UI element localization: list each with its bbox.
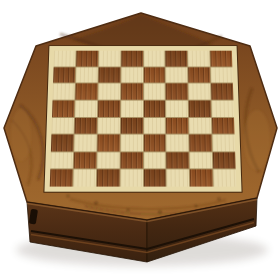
square-e5[interactable] xyxy=(143,100,165,116)
square-g1[interactable] xyxy=(190,170,213,187)
square-c5[interactable] xyxy=(98,100,120,116)
square-b3[interactable] xyxy=(74,135,96,151)
square-d4[interactable] xyxy=(120,117,142,133)
square-c2[interactable] xyxy=(97,152,119,169)
square-b2[interactable] xyxy=(74,152,97,169)
square-c1[interactable] xyxy=(97,170,120,187)
square-f8[interactable] xyxy=(166,51,188,66)
square-g6[interactable] xyxy=(189,84,211,100)
square-c6[interactable] xyxy=(98,84,120,100)
square-d3[interactable] xyxy=(120,135,142,151)
square-g5[interactable] xyxy=(189,100,211,116)
square-f3[interactable] xyxy=(167,135,189,151)
chessboard-photo xyxy=(0,0,280,280)
square-c8[interactable] xyxy=(99,51,121,66)
square-f2[interactable] xyxy=(167,152,189,169)
square-g2[interactable] xyxy=(190,152,213,169)
chess-board xyxy=(43,45,242,193)
square-e8[interactable] xyxy=(143,51,164,66)
square-h1[interactable] xyxy=(213,170,236,187)
square-b5[interactable] xyxy=(75,100,97,116)
square-c3[interactable] xyxy=(97,135,119,151)
square-h3[interactable] xyxy=(213,135,236,151)
square-d6[interactable] xyxy=(121,84,143,100)
square-a5[interactable] xyxy=(52,100,74,116)
square-b8[interactable] xyxy=(76,51,98,66)
square-f7[interactable] xyxy=(166,67,188,83)
square-a3[interactable] xyxy=(51,135,74,151)
square-h4[interactable] xyxy=(212,117,234,133)
square-e7[interactable] xyxy=(143,67,165,83)
square-f6[interactable] xyxy=(166,84,188,100)
square-h2[interactable] xyxy=(213,152,236,169)
square-a4[interactable] xyxy=(51,117,73,133)
square-h8[interactable] xyxy=(210,51,232,66)
square-b7[interactable] xyxy=(76,67,98,83)
square-f5[interactable] xyxy=(166,100,188,116)
square-c7[interactable] xyxy=(98,67,120,83)
square-g7[interactable] xyxy=(188,67,210,83)
square-h6[interactable] xyxy=(211,84,233,100)
square-h7[interactable] xyxy=(211,67,233,83)
square-a7[interactable] xyxy=(53,67,75,83)
square-g4[interactable] xyxy=(189,117,211,133)
square-g8[interactable] xyxy=(188,51,210,66)
square-a2[interactable] xyxy=(50,152,73,169)
square-e3[interactable] xyxy=(144,135,166,151)
square-d7[interactable] xyxy=(121,67,143,83)
square-a8[interactable] xyxy=(54,51,76,66)
square-a1[interactable] xyxy=(50,170,73,187)
square-b6[interactable] xyxy=(75,84,97,100)
square-b1[interactable] xyxy=(73,170,96,187)
board-grid xyxy=(50,51,237,187)
square-f4[interactable] xyxy=(166,117,188,133)
square-g3[interactable] xyxy=(190,135,212,151)
square-d5[interactable] xyxy=(121,100,143,116)
square-d2[interactable] xyxy=(120,152,142,169)
square-e1[interactable] xyxy=(144,170,166,187)
square-h5[interactable] xyxy=(212,100,234,116)
square-e2[interactable] xyxy=(144,152,166,169)
square-d8[interactable] xyxy=(121,51,142,66)
square-c4[interactable] xyxy=(97,117,119,133)
square-e4[interactable] xyxy=(144,117,166,133)
square-e6[interactable] xyxy=(143,84,165,100)
square-d1[interactable] xyxy=(120,170,142,187)
square-b4[interactable] xyxy=(74,117,96,133)
square-a6[interactable] xyxy=(53,84,75,100)
square-f1[interactable] xyxy=(167,170,190,187)
